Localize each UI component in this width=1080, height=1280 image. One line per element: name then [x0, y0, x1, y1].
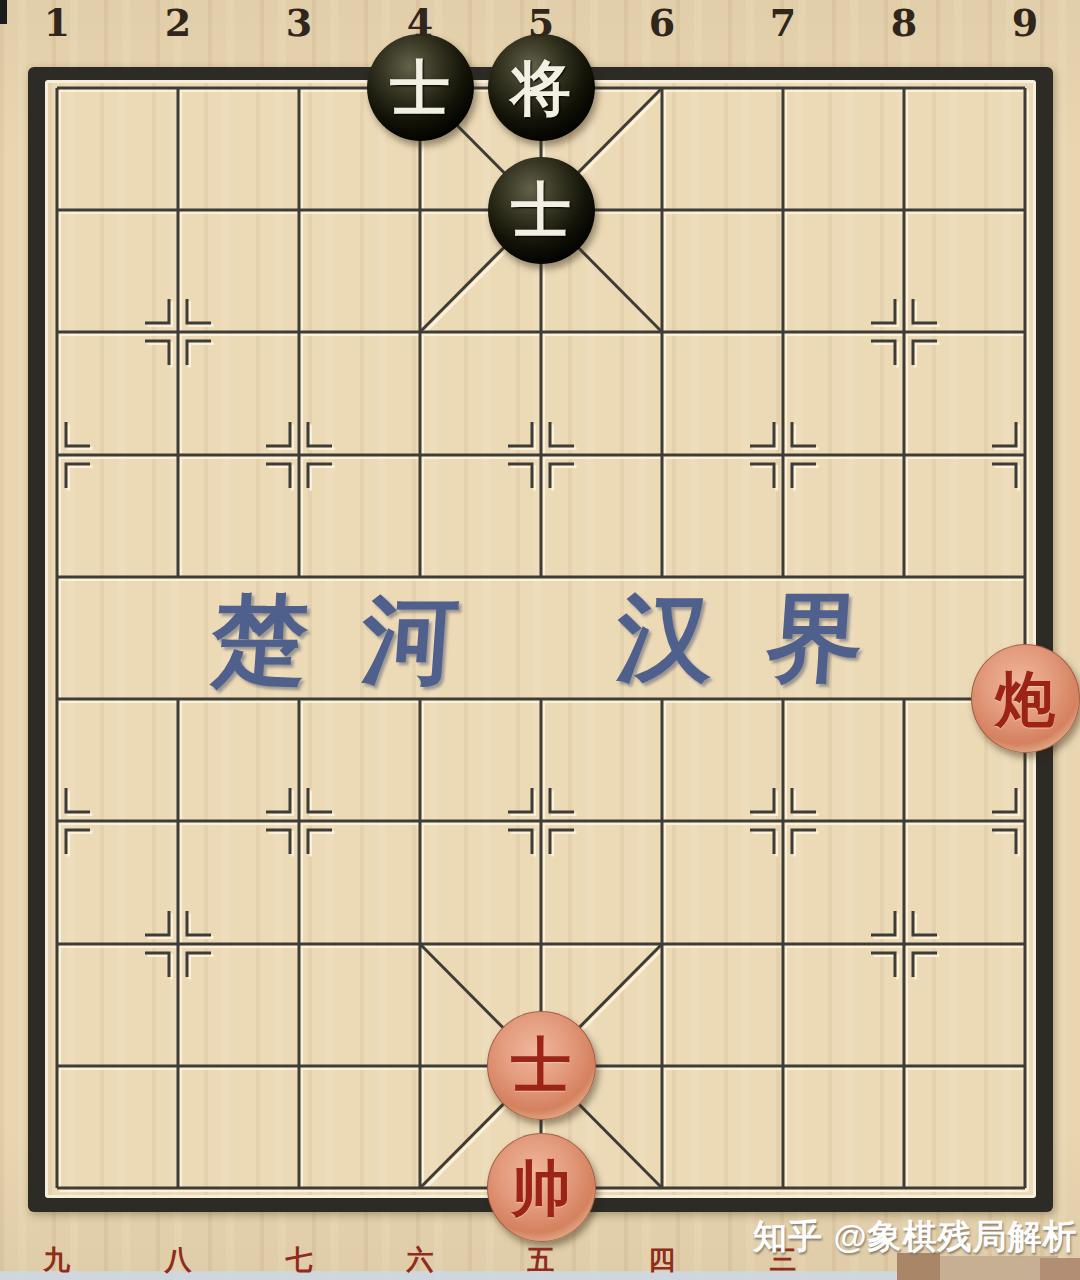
- watermark: 知乎 @象棋残局解析: [753, 1219, 1078, 1255]
- bottom-coordinate-label: 九: [44, 1246, 71, 1273]
- piece-glyph: 士: [511, 1035, 571, 1095]
- river-label-chu-he: 楚河: [209, 592, 516, 688]
- river-label-han-jie: 汉界: [614, 590, 921, 686]
- piece-glyph: 士: [390, 58, 450, 118]
- piece-glyph: 炮: [995, 669, 1055, 729]
- bottom-coordinate-label: 六: [407, 1246, 434, 1273]
- video-corner-artifact: [0, 0, 7, 24]
- top-coordinate-label: 3: [286, 4, 312, 42]
- bottom-coordinate-label: 五: [528, 1246, 555, 1273]
- bottom-coordinate-label: 七: [286, 1246, 313, 1273]
- xiangqi-screenshot-root: 楚河 汉界 士将士炮士帅 123456789 九八七六五四三 知乎 @象棋残局解…: [0, 0, 1080, 1280]
- piece-glyph: 将: [511, 58, 571, 118]
- piece-red-advisor[interactable]: 士: [487, 1011, 596, 1120]
- piece-black-advisor[interactable]: 士: [367, 34, 474, 141]
- piece-black-general[interactable]: 将: [488, 34, 595, 141]
- piece-glyph: 士: [511, 180, 571, 240]
- blur-patch: [1040, 1258, 1080, 1280]
- bottom-coordinate-label: 八: [165, 1246, 192, 1273]
- top-coordinate-label: 2: [165, 4, 191, 42]
- piece-red-cannon[interactable]: 炮: [971, 644, 1080, 753]
- bottom-edge-strip: [0, 1271, 897, 1280]
- top-coordinate-label: 6: [649, 4, 675, 42]
- top-coordinate-label: 7: [770, 4, 796, 42]
- top-coordinate-label: 1: [44, 4, 70, 42]
- top-coordinate-label: 9: [1012, 4, 1038, 42]
- piece-black-advisor[interactable]: 士: [488, 157, 595, 264]
- bottom-coordinate-label: 四: [649, 1246, 676, 1273]
- piece-glyph: 帅: [511, 1158, 571, 1218]
- top-coordinate-label: 8: [891, 4, 917, 42]
- blur-patch: [897, 1253, 940, 1280]
- piece-red-general[interactable]: 帅: [487, 1133, 596, 1242]
